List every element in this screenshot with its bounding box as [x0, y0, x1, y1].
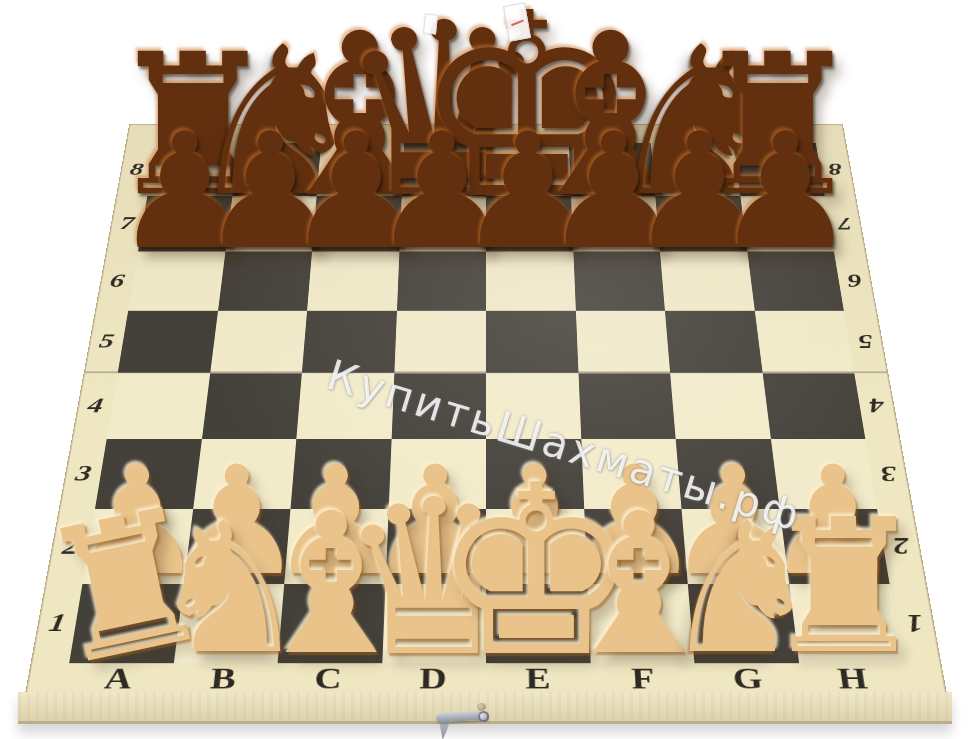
metal-clasp [430, 703, 500, 739]
square-b5[interactable] [210, 310, 307, 372]
piece-white-rook-h1[interactable]: ♜ [761, 495, 927, 680]
square-g4[interactable] [670, 373, 770, 439]
square-f4[interactable] [578, 373, 676, 439]
square-c4[interactable] [296, 373, 394, 439]
piece-black-pawn-h7[interactable]: ♟ [714, 112, 857, 272]
product-photo-scene: 8877665544332211ABCDEFGH ♜♞♝♛♚♝♞♜♟♟♟♟♟♟♟… [0, 0, 970, 739]
square-f5[interactable] [575, 310, 670, 372]
square-b4[interactable] [202, 373, 302, 439]
square-c5[interactable] [302, 310, 397, 372]
square-e4[interactable] [486, 373, 581, 439]
square-d5[interactable] [394, 310, 486, 372]
square-d4[interactable] [391, 373, 486, 439]
square-a4[interactable] [107, 373, 210, 439]
square-e5[interactable] [486, 310, 578, 372]
square-h4[interactable] [762, 373, 865, 439]
square-a5[interactable] [118, 310, 218, 372]
square-g5[interactable] [665, 310, 762, 372]
clasp-eye [478, 711, 489, 722]
square-h5[interactable] [754, 310, 854, 372]
price-tag-mark [508, 11, 524, 26]
price-tag-black-queen [423, 13, 438, 34]
